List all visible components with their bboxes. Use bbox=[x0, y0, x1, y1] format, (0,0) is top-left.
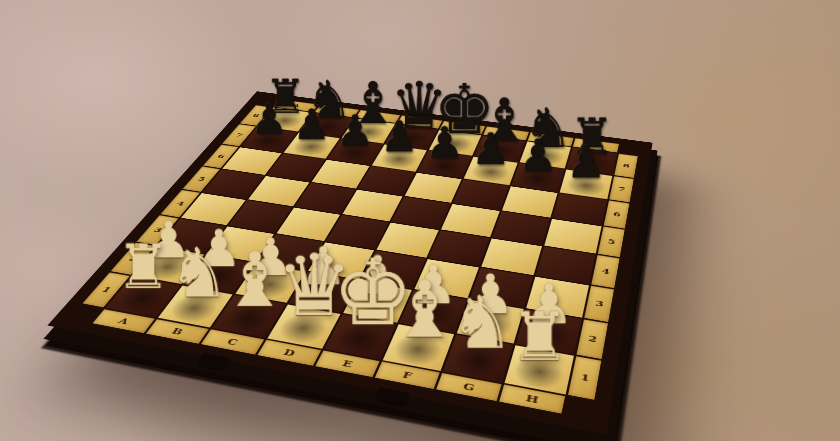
piece-black-rook: ♜ bbox=[265, 75, 307, 119]
square-f7: ♟ bbox=[464, 157, 518, 185]
rank-label-7-right: 7 bbox=[609, 176, 634, 202]
rank-label-3-right: 3 bbox=[584, 286, 614, 322]
file-label-f-far: F bbox=[483, 127, 529, 141]
square-d4 bbox=[326, 215, 389, 249]
rank-label-1-right: 1 bbox=[568, 356, 601, 400]
rank-label-4-right: 4 bbox=[591, 255, 619, 288]
rank-label-6-right: 6 bbox=[604, 200, 630, 228]
rank-label-5-right: 5 bbox=[598, 227, 625, 258]
chess-board: ABCDEFGH8♜♞♝♛♚♝♞♜87♟♟♟♟♟♟♟♟7665544332♟♟♟… bbox=[47, 91, 652, 434]
square-e2: ♟ bbox=[343, 281, 412, 323]
piece-black-rook: ♜ bbox=[570, 113, 615, 161]
square-b3 bbox=[207, 226, 274, 261]
square-f3 bbox=[414, 259, 478, 298]
file-label-e-near: E bbox=[315, 351, 380, 378]
square-f5 bbox=[441, 204, 500, 237]
rank-label-2-right: 2 bbox=[577, 319, 609, 359]
frame-corner bbox=[564, 397, 594, 420]
piece-black-knight: ♞ bbox=[306, 75, 348, 124]
rank-label-8-right: 8 bbox=[614, 154, 638, 178]
board-grid: ABCDEFGH8♜♞♝♛♚♝♞♜87♟♟♟♟♟♟♟♟7665544332♟♟♟… bbox=[69, 97, 640, 419]
square-e6 bbox=[405, 173, 462, 203]
piece-black-bishop: ♝ bbox=[347, 76, 390, 131]
piece-black-bishop: ♝ bbox=[478, 92, 522, 148]
carpet-background: ABCDEFGH8♜♞♝♛♚♝♞♜87♟♟♟♟♟♟♟♟7665544332♟♟♟… bbox=[0, 0, 840, 441]
square-h5 bbox=[544, 219, 601, 254]
piece-black-knight: ♞ bbox=[523, 103, 567, 155]
file-label-f-near: F bbox=[375, 362, 440, 390]
piece-black-queen: ♛ bbox=[390, 75, 433, 137]
square-g6 bbox=[502, 186, 558, 217]
file-label-b-near: B bbox=[146, 319, 209, 344]
square-e7: ♟ bbox=[417, 150, 472, 178]
